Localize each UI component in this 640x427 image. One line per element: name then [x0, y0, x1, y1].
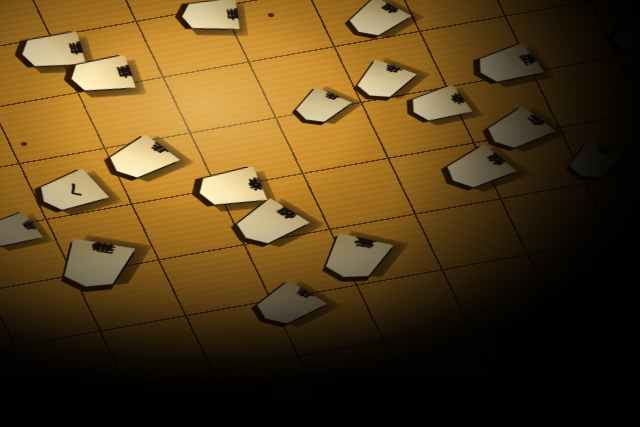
- piece-kanji: 歩兵: [5, 225, 15, 236]
- piece-kanji: 銀将: [635, 33, 640, 43]
- piece-kanji: 歩兵: [312, 103, 328, 111]
- piece-kanji: 歩兵: [585, 159, 602, 166]
- piece-kanji: 歩兵: [131, 154, 147, 165]
- shogi-piece-knight: 桂馬: [259, 373, 336, 417]
- shogi-piece-knight: 桂馬: [66, 55, 136, 96]
- piece-kanji: 歩兵: [278, 300, 295, 311]
- star-point: [268, 13, 274, 17]
- piece-kanji: へ: [53, 182, 87, 202]
- piece-kanji: 銀将: [259, 219, 277, 230]
- piece-kanji: 歩兵: [374, 77, 392, 84]
- piece-kanji: 王将: [501, 59, 513, 71]
- piece-kanji: 銀将: [368, 15, 384, 24]
- piece-kanji: 金将: [433, 99, 444, 110]
- shogi-photo: 桂馬桂馬桂馬銀将歩兵歩兵金将王将角行銀将歩兵歩兵へ金将銀将香車飛車歩兵歩兵桂馬銀…: [0, 0, 640, 427]
- piece-kanji: 飛車: [82, 262, 107, 268]
- piece-kanji: 桂馬: [48, 45, 55, 58]
- piece-kanji: 金将: [226, 181, 235, 195]
- piece-kanji: 桂馬: [208, 9, 213, 21]
- piece-kanji: 香車: [344, 255, 367, 262]
- piece-kanji: 角行: [509, 125, 525, 136]
- piece-kanji: 桂馬: [294, 388, 302, 403]
- piece-kanji: 銀将: [469, 163, 485, 175]
- shogi-piece-knight: 桂馬: [180, 0, 240, 32]
- piece-kanji: 桂馬: [97, 68, 105, 81]
